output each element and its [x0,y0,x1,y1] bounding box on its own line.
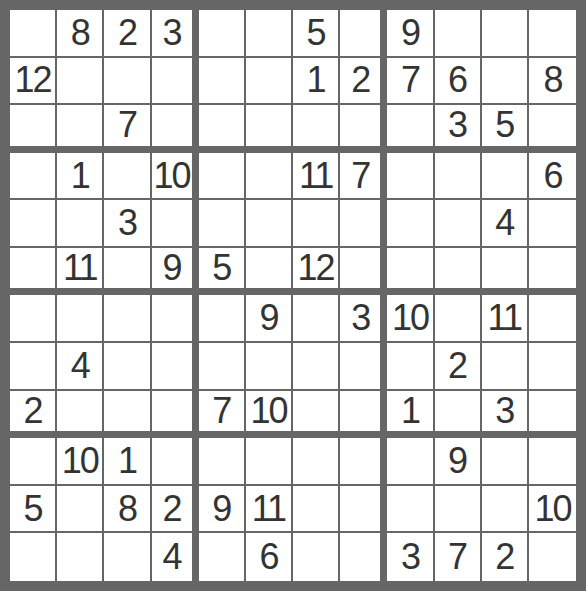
cell-r1c10[interactable] [435,10,482,58]
cell-r3c4[interactable] [152,105,199,153]
cell-r7c4[interactable] [152,295,199,343]
cell-r1c5[interactable] [199,10,246,58]
cell-r8c9[interactable] [387,343,434,391]
cell-r12c1[interactable] [10,533,57,581]
cell-r6c6[interactable] [246,248,293,296]
cell-r4c3[interactable] [104,153,151,201]
cell-r10c4[interactable] [152,438,199,486]
cell-r5c4[interactable] [152,200,199,248]
cell-r7c5[interactable] [199,295,246,343]
cell-r4c1[interactable] [10,153,57,201]
cell-r9c9[interactable]: 1 [387,391,434,439]
cell-r2c4[interactable] [152,58,199,106]
cell-r8c7[interactable] [293,343,340,391]
cell-r9c10[interactable] [435,391,482,439]
cell-r4c5[interactable] [199,153,246,201]
cell-r4c11[interactable] [482,153,529,201]
cell-r5c8[interactable] [340,200,387,248]
cell-r5c12[interactable] [529,200,576,248]
cell-r6c11[interactable] [482,248,529,296]
cell-r3c11[interactable]: 5 [482,105,529,153]
cell-r11c9[interactable] [387,486,434,534]
cell-r11c12[interactable]: 10 [529,486,576,534]
cell-r5c1[interactable] [10,200,57,248]
cell-r3c7[interactable] [293,105,340,153]
cell-r6c5[interactable]: 5 [199,248,246,296]
cell-r4c8[interactable]: 7 [340,153,387,201]
cell-r9c11[interactable]: 3 [482,391,529,439]
cell-r5c3[interactable]: 3 [104,200,151,248]
cell-r12c11[interactable]: 2 [482,533,529,581]
cell-r4c7[interactable]: 11 [293,153,340,201]
cell-r2c1[interactable]: 12 [10,58,57,106]
cell-r5c7[interactable] [293,200,340,248]
cell-r8c1[interactable] [10,343,57,391]
sudoku-board: 8235912127687351101176341195129310114227… [0,0,586,591]
cell-r1c9[interactable]: 9 [387,10,434,58]
cell-r2c5[interactable] [199,58,246,106]
cell-r3c12[interactable] [529,105,576,153]
cell-r9c7[interactable] [293,391,340,439]
cell-r3c5[interactable] [199,105,246,153]
cell-r5c2[interactable] [57,200,104,248]
cell-r5c11[interactable]: 4 [482,200,529,248]
cell-r9c2[interactable] [57,391,104,439]
cell-r9c5[interactable]: 7 [199,391,246,439]
cell-r12c7[interactable] [293,533,340,581]
cell-r12c10[interactable]: 7 [435,533,482,581]
cell-r7c7[interactable] [293,295,340,343]
cell-r7c1[interactable] [10,295,57,343]
cell-r2c7[interactable]: 1 [293,58,340,106]
cell-r10c8[interactable] [340,438,387,486]
cell-r11c8[interactable] [340,486,387,534]
cell-r1c3[interactable]: 2 [104,10,151,58]
cell-r10c6[interactable] [246,438,293,486]
cell-r10c2[interactable]: 10 [57,438,104,486]
cell-r9c8[interactable] [340,391,387,439]
cell-r5c6[interactable] [246,200,293,248]
cell-r6c10[interactable] [435,248,482,296]
cell-r6c1[interactable] [10,248,57,296]
cell-r5c9[interactable] [387,200,434,248]
cell-r8c10[interactable]: 2 [435,343,482,391]
cell-r9c3[interactable] [104,391,151,439]
cell-r2c6[interactable] [246,58,293,106]
cell-r12c5[interactable] [199,533,246,581]
cell-r8c6[interactable] [246,343,293,391]
cell-r3c1[interactable] [10,105,57,153]
cell-r10c12[interactable] [529,438,576,486]
cell-r1c2[interactable]: 8 [57,10,104,58]
cell-r10c10[interactable]: 9 [435,438,482,486]
cell-r2c8[interactable]: 2 [340,58,387,106]
cell-r4c12[interactable]: 6 [529,153,576,201]
cell-r11c11[interactable] [482,486,529,534]
cell-r1c8[interactable] [340,10,387,58]
cell-r1c11[interactable] [482,10,529,58]
cell-r7c9[interactable]: 10 [387,295,434,343]
cell-r9c1[interactable]: 2 [10,391,57,439]
cell-r6c2[interactable]: 11 [57,248,104,296]
cell-r9c6[interactable]: 10 [246,391,293,439]
cell-r1c12[interactable] [529,10,576,58]
cell-r3c2[interactable] [57,105,104,153]
cell-r3c9[interactable] [387,105,434,153]
cell-r6c4[interactable]: 9 [152,248,199,296]
cell-r11c6[interactable]: 11 [246,486,293,534]
cell-r2c9[interactable]: 7 [387,58,434,106]
cell-r11c1[interactable]: 5 [10,486,57,534]
cell-r6c3[interactable] [104,248,151,296]
cell-r12c3[interactable] [104,533,151,581]
cell-r11c3[interactable]: 8 [104,486,151,534]
cell-r2c11[interactable] [482,58,529,106]
cell-r5c5[interactable] [199,200,246,248]
cell-r10c3[interactable]: 1 [104,438,151,486]
cell-r6c12[interactable] [529,248,576,296]
cell-r8c11[interactable] [482,343,529,391]
cell-r1c6[interactable] [246,10,293,58]
cell-r1c4[interactable]: 3 [152,10,199,58]
cell-r7c8[interactable]: 3 [340,295,387,343]
cell-r8c12[interactable] [529,343,576,391]
cell-r7c10[interactable] [435,295,482,343]
cell-r10c1[interactable] [10,438,57,486]
cell-r12c6[interactable]: 6 [246,533,293,581]
cell-r6c7[interactable]: 12 [293,248,340,296]
cell-r8c8[interactable] [340,343,387,391]
cell-r11c10[interactable] [435,486,482,534]
cell-r5c10[interactable] [435,200,482,248]
cell-r12c4[interactable]: 4 [152,533,199,581]
cell-r3c3[interactable]: 7 [104,105,151,153]
cell-r3c6[interactable] [246,105,293,153]
cell-r6c9[interactable] [387,248,434,296]
cell-r11c2[interactable] [57,486,104,534]
cell-r9c12[interactable] [529,391,576,439]
cell-r12c8[interactable] [340,533,387,581]
cell-r11c4[interactable]: 2 [152,486,199,534]
cell-r9c4[interactable] [152,391,199,439]
cell-r12c12[interactable] [529,533,576,581]
cell-r10c9[interactable] [387,438,434,486]
cell-r7c12[interactable] [529,295,576,343]
cell-r3c10[interactable]: 3 [435,105,482,153]
cell-r2c3[interactable] [104,58,151,106]
cell-r3c8[interactable] [340,105,387,153]
cell-r4c2[interactable]: 1 [57,153,104,201]
cell-r8c5[interactable] [199,343,246,391]
cell-r4c6[interactable] [246,153,293,201]
cell-r7c3[interactable] [104,295,151,343]
cell-r11c5[interactable]: 9 [199,486,246,534]
cell-r1c1[interactable] [10,10,57,58]
cell-r2c10[interactable]: 6 [435,58,482,106]
cell-r7c2[interactable] [57,295,104,343]
cell-r1c7[interactable]: 5 [293,10,340,58]
cell-r4c9[interactable] [387,153,434,201]
cell-r8c2[interactable]: 4 [57,343,104,391]
cell-r12c2[interactable] [57,533,104,581]
cell-r12c9[interactable]: 3 [387,533,434,581]
cell-r6c8[interactable] [340,248,387,296]
cell-r4c4[interactable]: 10 [152,153,199,201]
cell-r2c2[interactable] [57,58,104,106]
cell-r8c4[interactable] [152,343,199,391]
cell-r7c6[interactable]: 9 [246,295,293,343]
cell-r8c3[interactable] [104,343,151,391]
cell-r11c7[interactable] [293,486,340,534]
cell-r7c11[interactable]: 11 [482,295,529,343]
cell-r2c12[interactable]: 8 [529,58,576,106]
cell-r10c5[interactable] [199,438,246,486]
cell-r10c7[interactable] [293,438,340,486]
cell-r4c10[interactable] [435,153,482,201]
cell-r10c11[interactable] [482,438,529,486]
